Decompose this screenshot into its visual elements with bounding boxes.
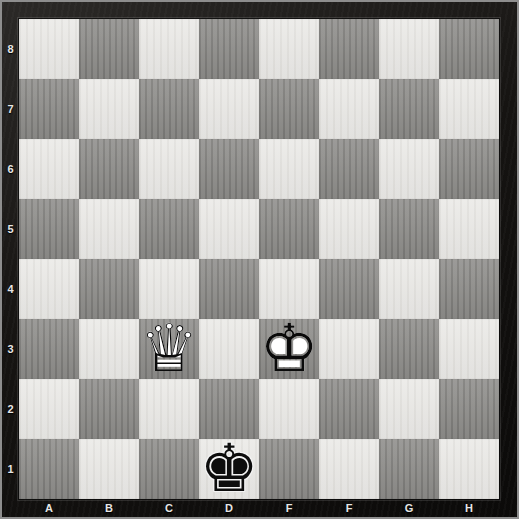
rank-label-5: 5 bbox=[2, 199, 19, 259]
square-d7[interactable] bbox=[199, 79, 259, 139]
rank-label-8: 8 bbox=[2, 19, 19, 79]
square-c1[interactable] bbox=[139, 439, 199, 499]
square-h5[interactable] bbox=[439, 199, 499, 259]
square-g4[interactable] bbox=[379, 259, 439, 319]
square-g3[interactable] bbox=[379, 319, 439, 379]
rank-label-7: 7 bbox=[2, 79, 19, 139]
rank-label-3: 3 bbox=[2, 319, 19, 379]
file-label-a: A bbox=[19, 499, 79, 517]
square-b5[interactable] bbox=[79, 199, 139, 259]
square-d2[interactable] bbox=[199, 379, 259, 439]
rank-label-2: 2 bbox=[2, 379, 19, 439]
square-f1[interactable] bbox=[319, 439, 379, 499]
black-king-icon: ♚ bbox=[199, 439, 259, 499]
square-a6[interactable] bbox=[19, 139, 79, 199]
square-e8[interactable] bbox=[259, 19, 319, 79]
square-h6[interactable] bbox=[439, 139, 499, 199]
square-e6[interactable] bbox=[259, 139, 319, 199]
square-d4[interactable] bbox=[199, 259, 259, 319]
square-b4[interactable] bbox=[79, 259, 139, 319]
square-f5[interactable] bbox=[319, 199, 379, 259]
square-f8[interactable] bbox=[319, 19, 379, 79]
square-b6[interactable] bbox=[79, 139, 139, 199]
square-h1[interactable] bbox=[439, 439, 499, 499]
chessboard-frame: 87654321 ♛♕♚♔♚ ABCDFFGH bbox=[0, 0, 519, 519]
square-b8[interactable] bbox=[79, 19, 139, 79]
white-queen-outline-icon: ♕ bbox=[139, 319, 199, 379]
square-e7[interactable] bbox=[259, 79, 319, 139]
square-d3[interactable] bbox=[199, 319, 259, 379]
square-c4[interactable] bbox=[139, 259, 199, 319]
square-f2[interactable] bbox=[319, 379, 379, 439]
square-b7[interactable] bbox=[79, 79, 139, 139]
square-e3[interactable]: ♚♔ bbox=[259, 319, 319, 379]
white-queen-fill-icon: ♛ bbox=[139, 319, 199, 379]
piece-white-queen[interactable]: ♛♕ bbox=[139, 319, 199, 379]
file-label-g: G bbox=[379, 499, 439, 517]
square-h4[interactable] bbox=[439, 259, 499, 319]
square-d8[interactable] bbox=[199, 19, 259, 79]
rank-label-6: 6 bbox=[2, 139, 19, 199]
square-c7[interactable] bbox=[139, 79, 199, 139]
square-h8[interactable] bbox=[439, 19, 499, 79]
square-g5[interactable] bbox=[379, 199, 439, 259]
chessboard: ♛♕♚♔♚ bbox=[19, 19, 499, 499]
square-c2[interactable] bbox=[139, 379, 199, 439]
piece-white-king[interactable]: ♚♔ bbox=[259, 319, 319, 379]
square-c3[interactable]: ♛♕ bbox=[139, 319, 199, 379]
rank-label-4: 4 bbox=[2, 259, 19, 319]
square-a5[interactable] bbox=[19, 199, 79, 259]
square-h2[interactable] bbox=[439, 379, 499, 439]
square-f7[interactable] bbox=[319, 79, 379, 139]
file-labels: ABCDFFGH bbox=[19, 499, 499, 517]
square-b3[interactable] bbox=[79, 319, 139, 379]
square-a8[interactable] bbox=[19, 19, 79, 79]
file-label-c: C bbox=[139, 499, 199, 517]
square-g2[interactable] bbox=[379, 379, 439, 439]
square-h3[interactable] bbox=[439, 319, 499, 379]
square-e1[interactable] bbox=[259, 439, 319, 499]
square-e5[interactable] bbox=[259, 199, 319, 259]
white-king-fill-icon: ♚ bbox=[259, 319, 319, 379]
piece-black-king[interactable]: ♚ bbox=[199, 439, 259, 499]
square-g6[interactable] bbox=[379, 139, 439, 199]
square-c6[interactable] bbox=[139, 139, 199, 199]
square-g1[interactable] bbox=[379, 439, 439, 499]
file-label-f: F bbox=[319, 499, 379, 517]
square-a1[interactable] bbox=[19, 439, 79, 499]
file-label-b: B bbox=[79, 499, 139, 517]
square-a7[interactable] bbox=[19, 79, 79, 139]
rank-label-1: 1 bbox=[2, 439, 19, 499]
square-d5[interactable] bbox=[199, 199, 259, 259]
square-e4[interactable] bbox=[259, 259, 319, 319]
square-c5[interactable] bbox=[139, 199, 199, 259]
square-d6[interactable] bbox=[199, 139, 259, 199]
square-a2[interactable] bbox=[19, 379, 79, 439]
white-king-outline-icon: ♔ bbox=[259, 319, 319, 379]
square-b1[interactable] bbox=[79, 439, 139, 499]
square-e2[interactable] bbox=[259, 379, 319, 439]
file-label-e: F bbox=[259, 499, 319, 517]
square-g7[interactable] bbox=[379, 79, 439, 139]
square-f3[interactable] bbox=[319, 319, 379, 379]
square-d1[interactable]: ♚ bbox=[199, 439, 259, 499]
file-label-d: D bbox=[199, 499, 259, 517]
square-f6[interactable] bbox=[319, 139, 379, 199]
file-label-h: H bbox=[439, 499, 499, 517]
square-g8[interactable] bbox=[379, 19, 439, 79]
square-a3[interactable] bbox=[19, 319, 79, 379]
square-h7[interactable] bbox=[439, 79, 499, 139]
square-b2[interactable] bbox=[79, 379, 139, 439]
rank-labels: 87654321 bbox=[2, 19, 19, 499]
square-a4[interactable] bbox=[19, 259, 79, 319]
square-f4[interactable] bbox=[319, 259, 379, 319]
square-c8[interactable] bbox=[139, 19, 199, 79]
